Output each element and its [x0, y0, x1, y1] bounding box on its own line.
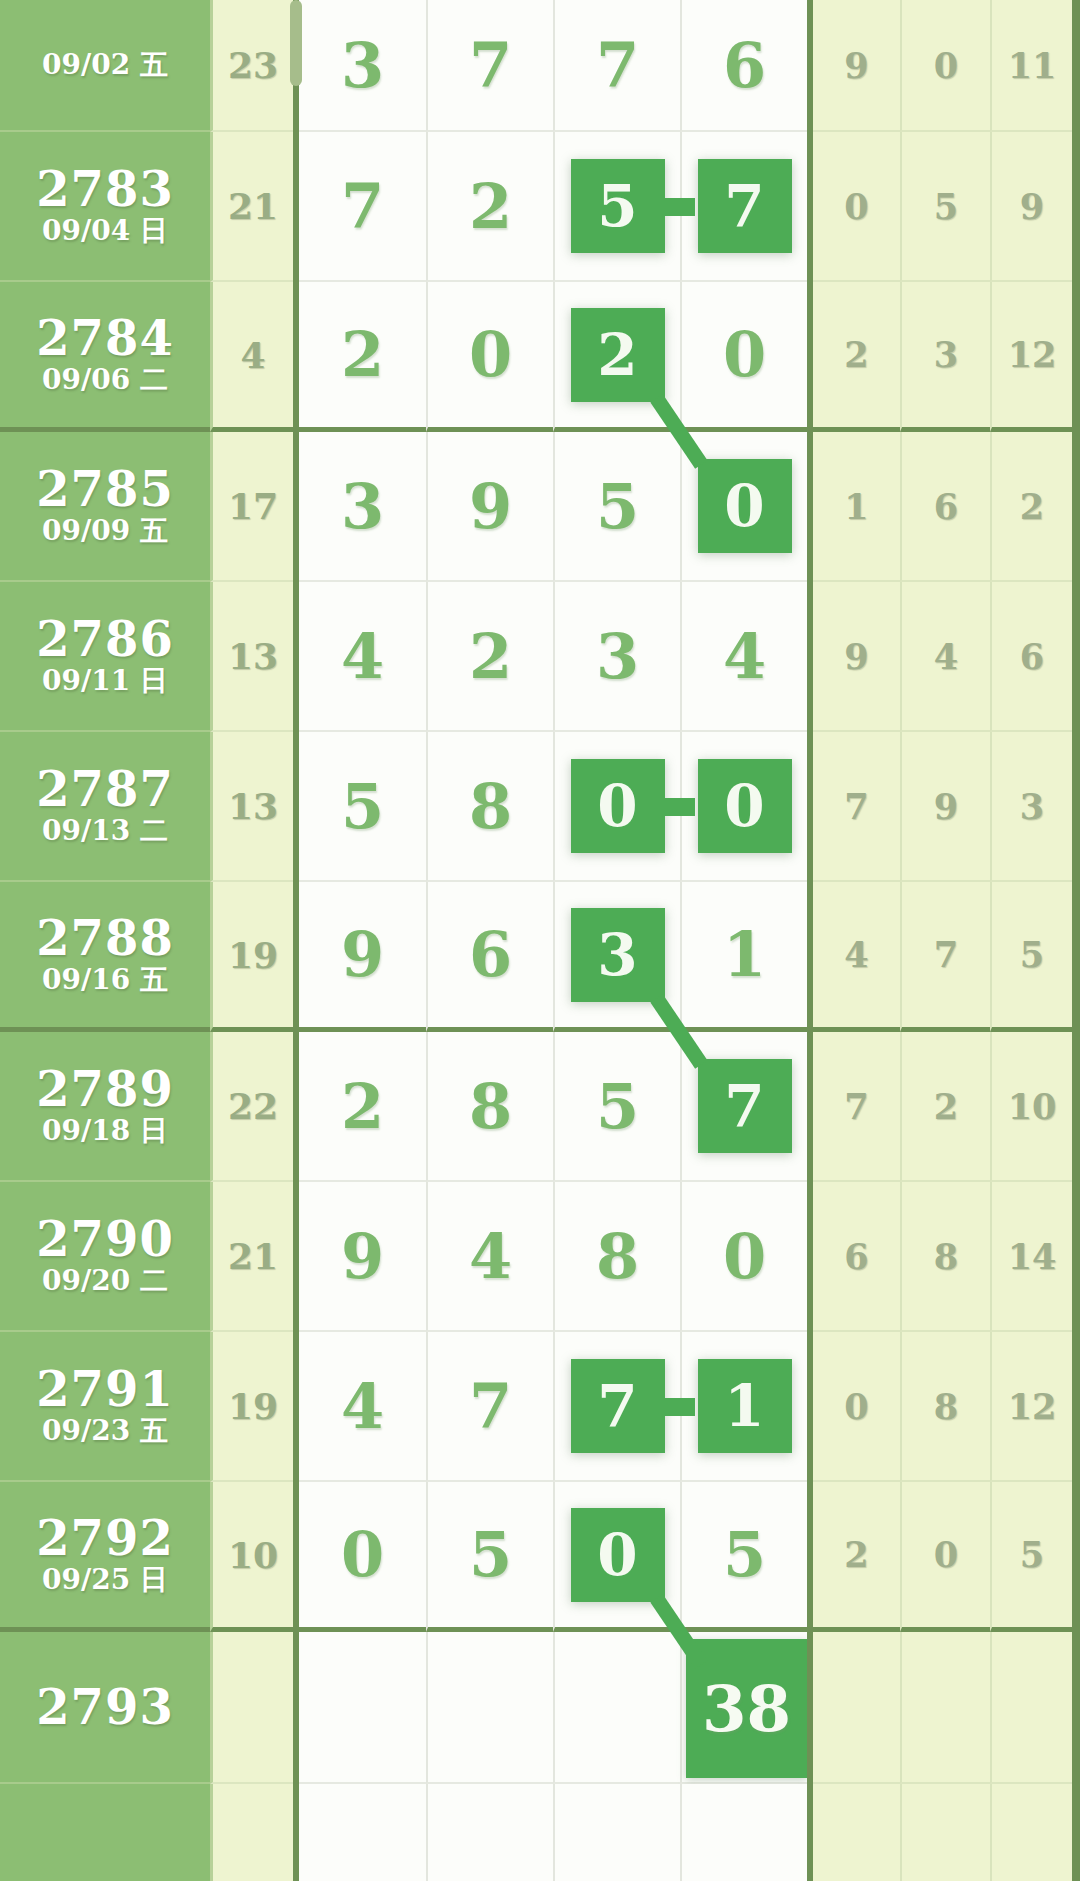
- stat-cell: [813, 1784, 900, 1881]
- digit-cell: 7: [299, 132, 426, 282]
- issue-cell: 278509/09 五: [0, 432, 210, 582]
- digit-cell: 3: [299, 0, 426, 132]
- digit-cell: [299, 1632, 426, 1784]
- digit-cell: 5: [426, 1482, 553, 1632]
- draw-date: 09/09 五: [42, 514, 168, 548]
- stat-cell: 7: [813, 1032, 900, 1182]
- stat-cell: 5: [990, 1482, 1072, 1632]
- issue-cell: 279109/23 五: [0, 1332, 210, 1482]
- draw-date: 09/04 日: [42, 214, 168, 248]
- issue-cell: 279209/25 日: [0, 1482, 210, 1632]
- digit-cell: 8: [426, 732, 553, 882]
- issue-number: 2785: [36, 464, 174, 514]
- digit-cell: 2: [299, 1032, 426, 1182]
- count-cell: 10: [210, 1482, 293, 1632]
- digit-cell: 7: [680, 132, 807, 282]
- digit-cell: 7: [426, 0, 553, 132]
- stat-cell: 8: [900, 1332, 990, 1482]
- right-edge-border: [1072, 1032, 1080, 1182]
- stat-cell: 2: [813, 282, 900, 432]
- issue-cell: 278909/18 日: [0, 1032, 210, 1182]
- draw-date: 09/23 五: [42, 1414, 168, 1448]
- digit-cell: 7: [553, 0, 680, 132]
- issue-cell: 278309/04 日: [0, 132, 210, 282]
- stat-cell: 1: [813, 432, 900, 582]
- right-edge-border: [1072, 1182, 1080, 1332]
- issue-cell: 278809/16 五: [0, 882, 210, 1032]
- issue-number: 2788: [36, 913, 174, 963]
- digit-cell: [426, 1784, 553, 1881]
- issue-cell: 279009/20 二: [0, 1182, 210, 1332]
- count-cell: 19: [210, 882, 293, 1032]
- issue-number: 2792: [36, 1513, 174, 1563]
- highlight-box: 5: [571, 159, 665, 253]
- draw-date: 09/06 二: [42, 363, 168, 397]
- digit-cell: 4: [299, 582, 426, 732]
- issue-number: 2793: [36, 1682, 174, 1732]
- count-cell: 21: [210, 1182, 293, 1332]
- draw-date: 09/25 日: [42, 1563, 168, 1597]
- issue-number: 2791: [36, 1364, 174, 1414]
- digit-cell: 8: [553, 1182, 680, 1332]
- stat-cell: 11: [990, 0, 1072, 132]
- right-edge-border: [1072, 0, 1080, 132]
- issue-cell: 2793: [0, 1632, 210, 1784]
- digit-cell: 4: [299, 1332, 426, 1482]
- scrollbar-thumb[interactable]: [290, 0, 302, 86]
- stat-cell: 9: [900, 732, 990, 882]
- digit-cell: [553, 1784, 680, 1881]
- count-cell: 17: [210, 432, 293, 582]
- highlight-box: 0: [571, 1508, 665, 1602]
- highlight-box: 2: [571, 308, 665, 402]
- right-edge-border: [1072, 282, 1080, 432]
- stat-cell: 2: [813, 1482, 900, 1632]
- digit-cell: 3: [553, 582, 680, 732]
- issue-number: 2790: [36, 1214, 174, 1264]
- digit-cell: 0: [680, 282, 807, 432]
- stat-cell: 0: [813, 1332, 900, 1482]
- highlight-box: 7: [571, 1359, 665, 1453]
- stat-cell: 8: [900, 1182, 990, 1332]
- stat-cell: 4: [813, 882, 900, 1032]
- count-cell: [210, 1784, 293, 1881]
- stat-cell: 7: [900, 882, 990, 1032]
- digit-cell: 5: [553, 1032, 680, 1182]
- issue-number: 2784: [36, 313, 174, 363]
- digit-cell: [426, 1632, 553, 1784]
- highlight-box: 0: [571, 759, 665, 853]
- issue-cell: [0, 1784, 210, 1881]
- digit-cell: 0: [680, 732, 807, 882]
- highlight-box: 0: [698, 759, 792, 853]
- digit-cell: 2: [299, 282, 426, 432]
- draw-date: 09/13 二: [42, 814, 168, 848]
- draw-date: 09/16 五: [42, 963, 168, 997]
- count-cell: 13: [210, 732, 293, 882]
- stat-cell: 5: [990, 882, 1072, 1032]
- count-cell: 13: [210, 582, 293, 732]
- digit-cell: [680, 1784, 807, 1881]
- issue-number: 2783: [36, 164, 174, 214]
- stat-cell: 12: [990, 1332, 1072, 1482]
- digit-cell: 8: [426, 1032, 553, 1182]
- stat-cell: [813, 1632, 900, 1784]
- digit-cell: 7: [426, 1332, 553, 1482]
- stat-cell: [900, 1632, 990, 1784]
- highlight-box: 1: [698, 1359, 792, 1453]
- stat-cell: 12: [990, 282, 1072, 432]
- draw-date: 09/02 五: [42, 48, 168, 82]
- digit-cell: 6: [680, 0, 807, 132]
- issue-cell: 09/02 五: [0, 0, 210, 132]
- stat-cell: 0: [900, 0, 990, 132]
- right-edge-border: [1072, 432, 1080, 582]
- count-cell: 21: [210, 132, 293, 282]
- right-edge-border: [1072, 882, 1080, 1032]
- digit-cell: 4: [680, 582, 807, 732]
- digit-cell: 9: [299, 882, 426, 1032]
- stat-cell: 0: [900, 1482, 990, 1632]
- trend-chart-board: 09/02 五2337769011278309/04 日217257059278…: [0, 0, 1080, 1881]
- stat-cell: 6: [813, 1182, 900, 1332]
- right-edge-border: [1072, 1632, 1080, 1784]
- issue-number: 2787: [36, 764, 174, 814]
- digit-cell: 4: [426, 1182, 553, 1332]
- draw-date: 09/18 日: [42, 1114, 168, 1148]
- stat-cell: 9: [813, 0, 900, 132]
- right-edge-border: [1072, 1482, 1080, 1632]
- highlight-box: 3: [571, 908, 665, 1002]
- digit-cell: 0: [299, 1482, 426, 1632]
- stat-cell: [900, 1784, 990, 1881]
- stat-cell: 5: [900, 132, 990, 282]
- count-cell: 22: [210, 1032, 293, 1182]
- digit-cell: 7: [553, 1332, 680, 1482]
- stat-cell: 2: [990, 432, 1072, 582]
- highlight-box: 0: [698, 459, 792, 553]
- digit-cell: [553, 1632, 680, 1784]
- digit-cell: 5: [553, 432, 680, 582]
- stat-cell: 6: [990, 582, 1072, 732]
- stat-cell: 10: [990, 1032, 1072, 1182]
- right-edge-border: [1072, 732, 1080, 882]
- issue-number: 2786: [36, 614, 174, 664]
- issue-cell: 278609/11 日: [0, 582, 210, 732]
- dash-connector: [665, 798, 695, 816]
- stat-cell: 9: [990, 132, 1072, 282]
- right-edge-border: [1072, 132, 1080, 282]
- stat-cell: 14: [990, 1182, 1072, 1332]
- stat-cell: [990, 1632, 1072, 1784]
- highlight-box: 7: [698, 159, 792, 253]
- digit-cell: 1: [680, 882, 807, 1032]
- draw-date: 09/11 日: [42, 664, 168, 698]
- stat-cell: 3: [900, 282, 990, 432]
- count-cell: 23: [210, 0, 293, 132]
- dash-connector: [665, 198, 695, 216]
- right-edge-border: [1072, 1332, 1080, 1482]
- stat-cell: 6: [900, 432, 990, 582]
- dash-connector: [665, 1398, 695, 1416]
- digit-cell: 2: [426, 582, 553, 732]
- stat-cell: 9: [813, 582, 900, 732]
- digit-cell: [299, 1784, 426, 1881]
- stat-cell: [990, 1784, 1072, 1881]
- digit-cell: 0: [553, 732, 680, 882]
- issue-cell: 278709/13 二: [0, 732, 210, 882]
- issue-number: 2789: [36, 1064, 174, 1114]
- count-cell: 19: [210, 1332, 293, 1482]
- digit-cell: 9: [299, 1182, 426, 1332]
- digit-cell: 0: [680, 1182, 807, 1332]
- count-cell: [210, 1632, 293, 1784]
- digit-cell: 0: [426, 282, 553, 432]
- digit-cell: 6: [426, 882, 553, 1032]
- digit-cell: 3: [299, 432, 426, 582]
- digit-cell: 9: [426, 432, 553, 582]
- digit-cell: 5: [299, 732, 426, 882]
- stat-cell: 4: [900, 582, 990, 732]
- right-edge-border: [1072, 582, 1080, 732]
- draw-date: 09/20 二: [42, 1264, 168, 1298]
- stat-cell: 0: [813, 132, 900, 282]
- digit-cell: 1: [680, 1332, 807, 1482]
- digit-cell: 2: [426, 132, 553, 282]
- issue-cell: 278409/06 二: [0, 282, 210, 432]
- highlight-box: 7: [698, 1059, 792, 1153]
- stat-cell: 7: [813, 732, 900, 882]
- count-cell: 4: [210, 282, 293, 432]
- digit-cell: 5: [553, 132, 680, 282]
- stat-cell: 3: [990, 732, 1072, 882]
- stat-cell: 2: [900, 1032, 990, 1182]
- right-edge-border: [1072, 1784, 1080, 1881]
- digit-cell: 5: [680, 1482, 807, 1632]
